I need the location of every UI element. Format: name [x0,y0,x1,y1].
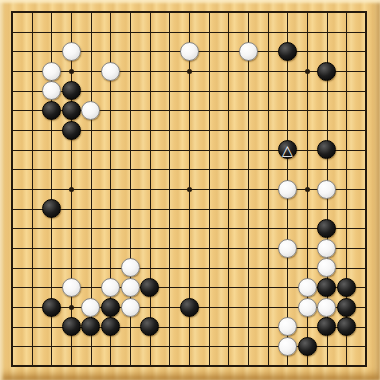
black-stone [317,278,336,297]
white-stone [101,278,120,297]
star-point [187,187,192,192]
white-stone [298,278,317,297]
white-stone [42,81,61,100]
black-stone [62,317,81,336]
triangle-mark-icon: △ [282,142,293,156]
white-stone [278,239,297,258]
black-stone [101,298,120,317]
white-stone [298,298,317,317]
black-stone [101,317,120,336]
black-stone [140,278,159,297]
star-point [69,305,74,310]
black-stone [42,199,61,218]
white-stone [278,180,297,199]
black-stone [317,62,336,81]
white-stone [101,62,120,81]
black-stone [180,298,199,317]
star-point [305,187,310,192]
white-stone [180,42,199,61]
white-stone [278,317,297,336]
black-stone [278,42,297,61]
white-stone [42,62,61,81]
star-point [69,69,74,74]
star-point [305,69,310,74]
white-stone [81,101,100,120]
white-stone [239,42,258,61]
star-point [187,69,192,74]
black-stone [42,298,61,317]
marked-black-stone: △ [278,140,297,159]
black-stone [42,101,61,120]
go-board[interactable]: △ [0,0,380,380]
white-stone [62,278,81,297]
white-stone [317,180,336,199]
black-stone [62,101,81,120]
black-stone [62,81,81,100]
white-stone [121,298,140,317]
black-stone [337,278,356,297]
black-stone [62,121,81,140]
go-board-screen: △ [0,0,380,380]
black-stone [298,337,317,356]
black-stone [337,317,356,336]
white-stone [317,298,336,317]
black-stone [317,219,336,238]
white-stone [121,258,140,277]
white-stone [62,42,81,61]
white-stone [278,337,297,356]
black-stone [337,298,356,317]
white-stone [317,239,336,258]
white-stone [81,298,100,317]
white-stone [121,278,140,297]
star-point [69,187,74,192]
